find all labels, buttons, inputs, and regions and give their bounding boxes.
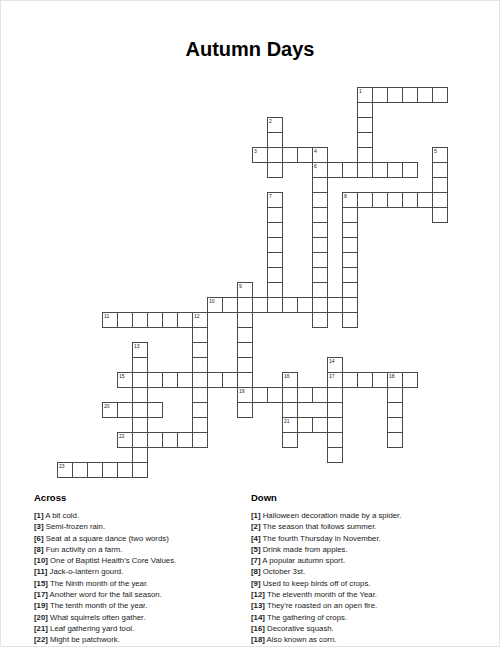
grid-cell[interactable] <box>312 312 328 328</box>
grid-cell[interactable] <box>417 87 433 103</box>
clue-number: [17] <box>34 590 48 599</box>
clue-number: [9] <box>251 579 261 588</box>
cell-number: 11 <box>104 313 109 319</box>
grid-cell[interactable] <box>432 162 448 178</box>
clue-item: [13] They're roasted on an open fire. <box>251 600 476 611</box>
clue-number: [2] <box>251 522 261 531</box>
clue-number: [11] <box>34 567 47 576</box>
grid-cell[interactable] <box>132 447 148 463</box>
clue-number: [10] <box>34 556 48 565</box>
clue-number: [5] <box>251 545 261 554</box>
clue-number: [13] <box>251 601 265 610</box>
grid-cell[interactable] <box>282 402 298 418</box>
cell-number: 3 <box>254 148 257 154</box>
grid-cell[interactable] <box>312 207 328 223</box>
clue-number: [18] <box>251 635 265 644</box>
grid-cell[interactable] <box>312 297 328 313</box>
grid-cell[interactable] <box>312 237 328 253</box>
clue-item: [12] The eleventh month of the Year. <box>251 589 476 600</box>
cell-number: 13 <box>134 343 140 349</box>
clue-item: [6] Seat at a square dance (two words) <box>34 533 246 544</box>
grid-cell[interactable]: 7 <box>267 192 283 208</box>
grid-cell[interactable] <box>342 237 358 253</box>
grid-cell[interactable] <box>87 462 103 478</box>
grid-cell[interactable]: 16 <box>282 372 298 388</box>
down-heading: Down <box>251 492 476 503</box>
grid-cell[interactable] <box>207 372 223 388</box>
cell-number: 15 <box>119 373 125 379</box>
grid-cell[interactable] <box>357 132 373 148</box>
grid-cell[interactable] <box>267 162 283 178</box>
clue-item: [8] Fun activity on a farm. <box>34 544 246 555</box>
grid-cell[interactable] <box>327 387 343 403</box>
grid-cell[interactable] <box>372 162 388 178</box>
grid-cell[interactable]: 19 <box>237 387 253 403</box>
clue-item: [15] The Ninth month of the year. <box>34 578 246 589</box>
grid-cell[interactable]: 20 <box>102 402 118 418</box>
grid-cell[interactable] <box>297 297 313 313</box>
cell-number: 14 <box>329 358 335 364</box>
clue-item: [8] October 3st. <box>251 566 476 577</box>
grid-cell[interactable] <box>162 372 178 388</box>
grid-cell[interactable] <box>312 177 328 193</box>
grid-cell[interactable] <box>267 132 283 148</box>
grid-cell[interactable] <box>387 162 403 178</box>
cell-number: 18 <box>389 373 395 379</box>
grid-cell[interactable] <box>192 417 208 433</box>
cell-number: 19 <box>239 388 245 394</box>
grid-cell[interactable]: 22 <box>117 432 133 448</box>
grid-cell[interactable] <box>267 252 283 268</box>
clue-item: [5] Drink made from apples. <box>251 544 476 555</box>
cell-number: 9 <box>239 283 242 289</box>
grid-cell[interactable] <box>192 357 208 373</box>
cell-number: 23 <box>59 463 65 469</box>
grid-cell[interactable] <box>342 282 358 298</box>
grid-cell[interactable] <box>252 387 268 403</box>
cell-number: 22 <box>119 433 125 439</box>
grid-cell[interactable]: 11 <box>102 312 118 328</box>
grid-cell[interactable] <box>327 162 343 178</box>
grid-cell[interactable]: 5 <box>432 147 448 163</box>
grid-cell[interactable]: 3 <box>252 147 268 163</box>
grid-cell[interactable] <box>312 417 328 433</box>
grid-cell[interactable] <box>402 87 418 103</box>
across-clues-section: Across [1] A bit cold.[3] Semi-frozen ra… <box>34 492 246 647</box>
grid-cell[interactable]: 9 <box>237 282 253 298</box>
grid-cell[interactable]: 13 <box>132 342 148 358</box>
down-clues-section: Down [1] Halloween decoration made by a … <box>251 492 476 646</box>
grid-cell[interactable] <box>327 417 343 433</box>
clue-item: [11] Jack-o-lantern gourd. <box>34 566 246 577</box>
clue-number: [22] <box>34 635 48 644</box>
cell-number: 1 <box>359 88 362 94</box>
clue-item: [1] Halloween decoration made by a spide… <box>251 510 476 521</box>
grid-cell[interactable] <box>237 402 253 418</box>
clue-number: [15] <box>34 579 48 588</box>
grid-cell[interactable] <box>297 147 313 163</box>
clue-item: [18] Also known as corn. <box>251 634 476 645</box>
page-title: Autumn Days <box>1 38 499 61</box>
grid-cell[interactable] <box>192 342 208 358</box>
grid-cell[interactable]: 2 <box>267 117 283 133</box>
grid-cell[interactable] <box>267 297 283 313</box>
grid-cell[interactable]: 14 <box>327 357 343 373</box>
clue-number: [4] <box>251 534 261 543</box>
grid-cell[interactable] <box>252 297 268 313</box>
grid-cell[interactable] <box>297 387 313 403</box>
clue-number: [12] <box>251 590 265 599</box>
grid-cell[interactable]: 8 <box>342 192 358 208</box>
grid-cell[interactable] <box>237 327 253 343</box>
grid-cell[interactable] <box>312 192 328 208</box>
grid-cell[interactable] <box>387 192 403 208</box>
grid-cell[interactable] <box>282 432 298 448</box>
grid-cell[interactable] <box>102 462 118 478</box>
grid-cell[interactable] <box>342 162 358 178</box>
clue-item: [2] The season that follows summer. <box>251 521 476 532</box>
grid-cell[interactable] <box>132 462 148 478</box>
grid-cell[interactable]: 12 <box>192 312 208 328</box>
clue-number: [7] <box>251 556 261 565</box>
grid-cell[interactable] <box>387 417 403 433</box>
grid-cell[interactable] <box>312 387 328 403</box>
clue-item: [19] The tenth month of the year. <box>34 600 246 611</box>
grid-cell[interactable]: 15 <box>117 372 133 388</box>
grid-cell[interactable] <box>222 372 238 388</box>
grid-cell[interactable] <box>357 192 373 208</box>
grid-cell[interactable] <box>357 117 373 133</box>
grid-cell[interactable] <box>342 252 358 268</box>
grid-cell[interactable] <box>387 402 403 418</box>
clue-number: [1] <box>34 511 44 520</box>
grid-cell[interactable] <box>132 417 148 433</box>
grid-cell[interactable] <box>162 312 178 328</box>
grid-cell[interactable] <box>237 357 253 373</box>
grid-cell[interactable] <box>237 342 253 358</box>
grid-cell[interactable] <box>327 432 343 448</box>
grid-cell[interactable] <box>387 87 403 103</box>
grid-cell[interactable] <box>117 312 133 328</box>
grid-cell[interactable]: 1 <box>357 87 373 103</box>
grid-cell[interactable] <box>327 297 343 313</box>
cell-number: 2 <box>269 118 272 124</box>
grid-cell[interactable]: 21 <box>282 417 298 433</box>
grid-cell[interactable] <box>342 207 358 223</box>
grid-cell[interactable] <box>312 222 328 238</box>
clue-number: [8] <box>251 567 261 576</box>
grid-cell[interactable] <box>342 222 358 238</box>
grid-cell[interactable] <box>147 402 163 418</box>
clue-number: [6] <box>34 534 44 543</box>
clue-item: [16] Decorative squash. <box>251 623 476 634</box>
grid-cell[interactable] <box>327 402 343 418</box>
clue-item: [21] Leaf gathering yard tool. <box>34 623 246 634</box>
clue-item: [9] Used to keep birds off of crops. <box>251 578 476 589</box>
grid-cell[interactable] <box>237 297 253 313</box>
grid-cell[interactable] <box>192 372 208 388</box>
cell-number: 20 <box>104 403 110 409</box>
grid-cell[interactable] <box>192 327 208 343</box>
grid-cell[interactable] <box>402 192 418 208</box>
grid-cell[interactable]: 17 <box>327 372 343 388</box>
grid-cell[interactable] <box>132 357 148 373</box>
across-clue-list: [1] A bit cold.[3] Semi-frozen rain.[6] … <box>34 510 246 647</box>
clue-item: [3] Semi-frozen rain. <box>34 521 246 532</box>
clue-item: [4] The fourth Thursday in November. <box>251 533 476 544</box>
grid-cell[interactable] <box>192 402 208 418</box>
grid-cell[interactable] <box>267 387 283 403</box>
clue-item: [17] Another word for the fall season. <box>34 589 246 600</box>
grid-cell[interactable] <box>417 192 433 208</box>
grid-cell[interactable] <box>267 267 283 283</box>
grid-cell[interactable] <box>387 432 403 448</box>
grid-cell[interactable] <box>342 372 358 388</box>
across-heading: Across <box>34 492 246 503</box>
grid-cell[interactable] <box>357 102 373 118</box>
clue-item: [22] Might be patchwork. <box>34 634 246 645</box>
grid-cell[interactable] <box>312 252 328 268</box>
grid-cell[interactable] <box>132 387 148 403</box>
grid-cell[interactable]: 18 <box>387 372 403 388</box>
grid-cell[interactable] <box>192 387 208 403</box>
grid-cell[interactable] <box>132 432 148 448</box>
grid-cell[interactable] <box>147 372 163 388</box>
grid-cell[interactable]: 10 <box>207 297 223 313</box>
grid-cell[interactable] <box>132 312 148 328</box>
clue-number: [20] <box>34 613 48 622</box>
grid-cell[interactable] <box>177 372 193 388</box>
grid-cell[interactable] <box>282 387 298 403</box>
clue-number: [14] <box>251 613 265 622</box>
cell-number: 17 <box>329 373 335 379</box>
grid-cell[interactable] <box>117 462 133 478</box>
grid-cell[interactable] <box>132 402 148 418</box>
clue-item: [7] A popular autumn sport. <box>251 555 476 566</box>
grid-cell[interactable] <box>147 432 163 448</box>
grid-cell[interactable] <box>432 177 448 193</box>
clue-item: [1] A bit cold. <box>34 510 246 521</box>
crossword-grid: 1346810111215171819202122232579131416 <box>57 87 448 478</box>
puzzle-page: Autumn Days 1346810111215171819202122232… <box>0 0 500 647</box>
cell-number: 5 <box>434 148 437 154</box>
grid-cell[interactable] <box>372 192 388 208</box>
grid-cell[interactable] <box>342 267 358 283</box>
grid-cell[interactable] <box>177 312 193 328</box>
grid-cell[interactable] <box>297 417 313 433</box>
grid-cell[interactable] <box>342 297 358 313</box>
grid-cell[interactable] <box>312 267 328 283</box>
cell-number: 21 <box>284 418 290 424</box>
grid-cell[interactable]: 6 <box>312 162 328 178</box>
grid-cell[interactable] <box>117 402 133 418</box>
clue-number: [16] <box>251 624 265 633</box>
grid-cell[interactable] <box>432 87 448 103</box>
grid-cell[interactable] <box>237 372 253 388</box>
grid-cell[interactable] <box>342 312 358 328</box>
cell-number: 10 <box>209 298 215 304</box>
grid-cell[interactable] <box>357 162 373 178</box>
grid-cell[interactable] <box>282 147 298 163</box>
grid-cell[interactable] <box>282 297 298 313</box>
clue-number: [21] <box>34 624 48 633</box>
grid-cell[interactable] <box>312 282 328 298</box>
grid-cell[interactable] <box>267 237 283 253</box>
clue-item: [10] One of Baptist Health's Core Values… <box>34 555 246 566</box>
grid-cell[interactable]: 4 <box>312 147 328 163</box>
grid-cell[interactable] <box>267 207 283 223</box>
cell-number: 16 <box>284 373 290 379</box>
grid-cell[interactable] <box>372 372 388 388</box>
clue-number: [3] <box>34 522 44 531</box>
grid-cell[interactable] <box>402 162 418 178</box>
grid-cell[interactable] <box>267 222 283 238</box>
grid-cell[interactable] <box>72 462 88 478</box>
down-clue-list: [1] Halloween decoration made by a spide… <box>251 510 476 646</box>
grid-cell[interactable] <box>267 147 283 163</box>
cell-number: 8 <box>344 193 347 199</box>
grid-cell[interactable] <box>432 192 448 208</box>
grid-cell[interactable] <box>147 312 163 328</box>
grid-cell[interactable] <box>402 372 418 388</box>
grid-cell[interactable] <box>372 87 388 103</box>
grid-cell[interactable] <box>162 432 178 448</box>
cell-number: 12 <box>194 313 200 319</box>
grid-cell[interactable] <box>327 447 343 463</box>
grid-cell[interactable] <box>357 372 373 388</box>
clue-number: [1] <box>251 511 261 520</box>
clue-item: [20] What squirrels often gather. <box>34 612 246 623</box>
grid-cell[interactable] <box>177 432 193 448</box>
grid-cell[interactable] <box>222 297 238 313</box>
cell-number: 4 <box>314 148 317 154</box>
grid-cell[interactable] <box>132 372 148 388</box>
grid-cell[interactable]: 23 <box>57 462 73 478</box>
clue-item: [14] The gathering of crops. <box>251 612 476 623</box>
grid-cell[interactable] <box>237 312 253 328</box>
grid-cell[interactable] <box>192 432 208 448</box>
clue-number: [8] <box>34 545 44 554</box>
grid-cell[interactable] <box>267 282 283 298</box>
grid-cell[interactable] <box>357 147 373 163</box>
cell-number: 6 <box>314 163 317 169</box>
grid-cell[interactable] <box>432 207 448 223</box>
grid-cell[interactable] <box>387 387 403 403</box>
clue-number: [19] <box>34 601 48 610</box>
cell-number: 7 <box>269 193 272 199</box>
